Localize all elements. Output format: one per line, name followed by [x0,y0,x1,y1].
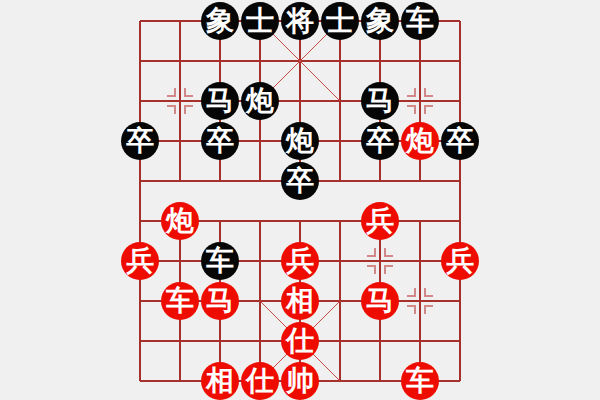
piece-red-cannon[interactable]: 炮 [401,122,439,160]
piece-red-chariot[interactable]: 车 [161,282,199,320]
piece-black-elephant[interactable]: 象 [201,2,239,40]
xiangqi-board: 象士将士象车马炮马卒卒炮卒炮卒卒炮兵兵车兵兵车马相马仕相仕帅车 [0,0,600,400]
piece-black-chariot[interactable]: 车 [201,242,239,280]
piece-red-soldier[interactable]: 兵 [441,242,479,280]
piece-black-cannon[interactable]: 炮 [241,82,279,120]
piece-black-chariot[interactable]: 车 [401,2,439,40]
piece-black-soldier[interactable]: 卒 [281,162,319,200]
piece-red-elephant[interactable]: 相 [201,362,239,400]
piece-red-advisor[interactable]: 仕 [241,362,279,400]
piece-black-general[interactable]: 将 [281,2,319,40]
piece-red-general[interactable]: 帅 [281,362,319,400]
piece-red-cannon[interactable]: 炮 [161,202,199,240]
piece-red-advisor[interactable]: 仕 [281,322,319,360]
piece-black-soldier[interactable]: 卒 [201,122,239,160]
piece-red-horse[interactable]: 马 [201,282,239,320]
piece-black-horse[interactable]: 马 [201,82,239,120]
piece-black-soldier[interactable]: 卒 [441,122,479,160]
piece-black-cannon[interactable]: 炮 [281,122,319,160]
piece-black-elephant[interactable]: 象 [361,2,399,40]
piece-black-advisor[interactable]: 士 [241,2,279,40]
piece-red-horse[interactable]: 马 [361,282,399,320]
piece-red-chariot[interactable]: 车 [401,362,439,400]
piece-black-horse[interactable]: 马 [361,82,399,120]
piece-red-elephant[interactable]: 相 [281,282,319,320]
piece-red-soldier[interactable]: 兵 [121,242,159,280]
piece-black-soldier[interactable]: 卒 [121,122,159,160]
piece-red-soldier[interactable]: 兵 [361,202,399,240]
piece-black-soldier[interactable]: 卒 [361,122,399,160]
piece-black-advisor[interactable]: 士 [321,2,359,40]
piece-red-soldier[interactable]: 兵 [281,242,319,280]
board-intersections[interactable]: 象士将士象车马炮马卒卒炮卒炮卒卒炮兵兵车兵兵车马相马仕相仕帅车 [120,1,480,400]
